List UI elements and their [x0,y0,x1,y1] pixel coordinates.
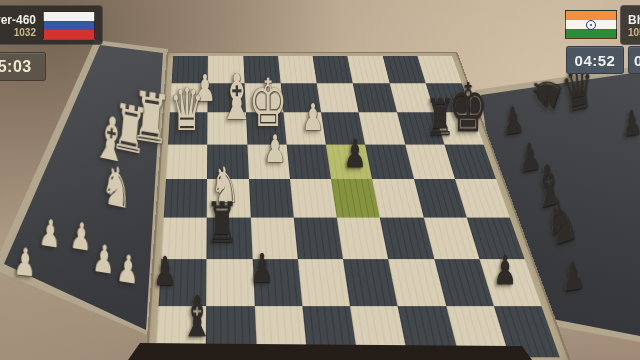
square-r5c2[interactable] [250,217,297,259]
captured-piece-wP: ♟ [69,217,93,257]
chess-board [145,52,573,360]
captured-piece-wR: ♜ [109,94,152,164]
square-r6c1[interactable] [206,259,254,305]
player-right-rating: 1059 [628,27,640,38]
captured-piece-wP: ♟ [13,242,37,282]
square-r2c7[interactable] [434,112,483,144]
captured-piece-wP: ♟ [116,249,141,290]
square-r1c3[interactable] [280,83,321,112]
square-r7c3[interactable] [302,306,358,358]
square-r3c4-highlighted[interactable] [326,144,372,179]
square-r0c4[interactable] [313,56,353,83]
flag-india-icon [565,10,617,39]
square-r1c0[interactable] [170,83,208,112]
player-left-rating: 1032 [14,27,36,38]
player-card-left: Player-460 1032 [0,5,103,45]
captured-piece-bN: ♞ [524,59,568,123]
captured-piece-bP: ♟ [560,255,586,297]
square-r2c3[interactable] [283,112,326,144]
square-r6c0[interactable] [159,259,207,305]
player-left-name: Player-460 [0,13,36,27]
square-r2c1[interactable] [207,112,246,144]
clock-right-extra: 0 [628,46,640,74]
square-r3c3[interactable] [286,144,331,179]
square-r5c3[interactable] [293,217,343,259]
captured-piece-wB: ♝ [91,106,131,172]
square-r5c1[interactable] [207,217,252,259]
player-card-right: Bhup 1059 [620,5,640,45]
square-r7c1[interactable] [206,306,257,358]
square-r2c4[interactable] [321,112,365,144]
clock-left: 05:03 [0,52,46,81]
captured-piece-wP: ♟ [38,214,62,254]
captured-piece-bP: ♟ [621,104,640,141]
square-r4c3[interactable] [290,179,337,217]
captured-piece-bN: ♞ [543,193,582,256]
square-r6c3[interactable] [298,259,350,305]
square-r0c1[interactable] [208,56,244,83]
captured-piece-bP: ♟ [518,137,543,178]
square-r5c0[interactable] [161,217,207,259]
square-r7c2[interactable] [254,306,307,358]
chess-board-scene [128,0,533,360]
player-right-name: Bhup [628,13,640,27]
square-r1c4[interactable] [317,83,359,112]
captured-piece-wP: ♟ [92,239,117,280]
square-r3c2[interactable] [247,144,290,179]
clock-right: 04:52 [566,46,624,74]
square-r1c2[interactable] [244,83,283,112]
square-r4c1[interactable] [207,179,250,217]
square-r7c0[interactable] [156,306,207,358]
square-r3c0[interactable] [166,144,207,179]
square-r2c2[interactable] [245,112,286,144]
square-r1c7[interactable] [425,83,472,112]
square-r1c1[interactable] [208,83,246,112]
square-r4c2[interactable] [249,179,294,217]
captured-piece-bB: ♝ [529,154,568,218]
flag-russia-icon [43,11,95,40]
square-r4c0[interactable] [164,179,207,217]
square-r0c0[interactable] [172,56,208,83]
square-r0c7[interactable] [417,56,462,83]
square-r3c1[interactable] [207,144,248,179]
ashoka-chakra-icon [586,20,596,30]
captured-piece-bP: ♟ [501,101,525,141]
chess-board-grid [156,56,560,357]
square-r0c2[interactable] [243,56,280,83]
captured-piece-wN: ♞ [99,157,136,217]
game-screen: ♟♞♛♝♚♛♟♚♟♟♜♜♜♝♟♟♟♞♝♞♜♞♟♟♟♟♟♟♟♟♟♝ Player-… [0,0,640,360]
square-r2c0[interactable] [168,112,208,144]
square-r6c2[interactable] [252,259,302,305]
square-r0c3[interactable] [278,56,317,83]
